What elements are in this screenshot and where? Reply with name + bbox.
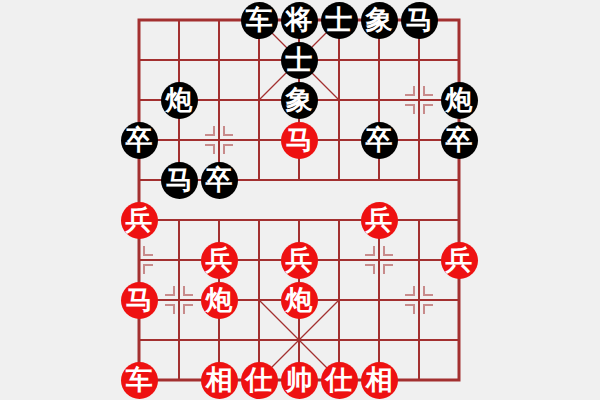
piece-black-cannon[interactable]: 炮 bbox=[439, 80, 479, 120]
piece-black-pawn[interactable]: 卒 bbox=[439, 120, 479, 160]
piece-black-elephant[interactable]: 象 bbox=[359, 0, 399, 40]
black-pawn-glyph: 卒 bbox=[441, 122, 478, 159]
piece-grid: 车将士象马士炮象炮卒马卒卒马卒兵兵兵兵兵马炮炮车相仕帅仕相 bbox=[119, 0, 479, 400]
piece-red-king[interactable]: 帅 bbox=[279, 360, 319, 400]
red-cannon-glyph: 炮 bbox=[201, 282, 238, 319]
piece-red-pawn[interactable]: 兵 bbox=[279, 240, 319, 280]
piece-black-horse[interactable]: 马 bbox=[399, 0, 439, 40]
red-horse-glyph: 马 bbox=[121, 282, 158, 319]
piece-black-king[interactable]: 将 bbox=[279, 0, 319, 40]
black-pawn-glyph: 卒 bbox=[361, 122, 398, 159]
red-advisor-glyph: 仕 bbox=[241, 362, 278, 399]
piece-black-advisor[interactable]: 士 bbox=[279, 40, 319, 80]
black-horse-glyph: 马 bbox=[161, 162, 198, 199]
xiangqi-board[interactable]: 车将士象马士炮象炮卒马卒卒马卒兵兵兵兵兵马炮炮车相仕帅仕相 bbox=[119, 0, 479, 400]
xiangqi-screen: 车将士象马士炮象炮卒马卒卒马卒兵兵兵兵兵马炮炮车相仕帅仕相 bbox=[0, 0, 600, 400]
red-chariot-glyph: 车 bbox=[121, 362, 158, 399]
red-pawn-glyph: 兵 bbox=[361, 202, 398, 239]
piece-red-pawn[interactable]: 兵 bbox=[199, 240, 239, 280]
black-advisor-glyph: 士 bbox=[281, 42, 318, 79]
black-king-glyph: 将 bbox=[281, 2, 318, 39]
piece-black-pawn[interactable]: 卒 bbox=[359, 120, 399, 160]
black-elephant-glyph: 象 bbox=[281, 82, 318, 119]
piece-red-elephant[interactable]: 相 bbox=[359, 360, 399, 400]
red-advisor-glyph: 仕 bbox=[321, 362, 358, 399]
black-cannon-glyph: 炮 bbox=[161, 82, 198, 119]
piece-black-cannon[interactable]: 炮 bbox=[159, 80, 199, 120]
red-horse-glyph: 马 bbox=[281, 122, 318, 159]
red-pawn-glyph: 兵 bbox=[121, 202, 158, 239]
red-pawn-glyph: 兵 bbox=[281, 242, 318, 279]
black-pawn-glyph: 卒 bbox=[201, 162, 238, 199]
piece-red-cannon[interactable]: 炮 bbox=[199, 280, 239, 320]
piece-red-pawn[interactable]: 兵 bbox=[119, 200, 159, 240]
piece-black-pawn[interactable]: 卒 bbox=[119, 120, 159, 160]
piece-black-advisor[interactable]: 士 bbox=[319, 0, 359, 40]
red-pawn-glyph: 兵 bbox=[441, 242, 478, 279]
piece-black-elephant[interactable]: 象 bbox=[279, 80, 319, 120]
piece-red-elephant[interactable]: 相 bbox=[199, 360, 239, 400]
black-pawn-glyph: 卒 bbox=[121, 122, 158, 159]
red-pawn-glyph: 兵 bbox=[201, 242, 238, 279]
black-cannon-glyph: 炮 bbox=[441, 82, 478, 119]
piece-red-horse[interactable]: 马 bbox=[279, 120, 319, 160]
piece-red-chariot[interactable]: 车 bbox=[119, 360, 159, 400]
red-elephant-glyph: 相 bbox=[201, 362, 238, 399]
black-elephant-glyph: 象 bbox=[361, 2, 398, 39]
black-horse-glyph: 马 bbox=[401, 2, 438, 39]
piece-red-pawn[interactable]: 兵 bbox=[359, 200, 399, 240]
piece-red-pawn[interactable]: 兵 bbox=[439, 240, 479, 280]
black-chariot-glyph: 车 bbox=[241, 2, 278, 39]
piece-black-pawn[interactable]: 卒 bbox=[199, 160, 239, 200]
black-advisor-glyph: 士 bbox=[321, 2, 358, 39]
piece-red-advisor[interactable]: 仕 bbox=[319, 360, 359, 400]
piece-black-chariot[interactable]: 车 bbox=[239, 0, 279, 40]
piece-black-horse[interactable]: 马 bbox=[159, 160, 199, 200]
piece-red-horse[interactable]: 马 bbox=[119, 280, 159, 320]
red-elephant-glyph: 相 bbox=[361, 362, 398, 399]
piece-red-cannon[interactable]: 炮 bbox=[279, 280, 319, 320]
red-king-glyph: 帅 bbox=[281, 362, 318, 399]
red-cannon-glyph: 炮 bbox=[281, 282, 318, 319]
piece-red-advisor[interactable]: 仕 bbox=[239, 360, 279, 400]
